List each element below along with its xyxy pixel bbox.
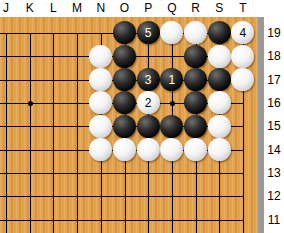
board-point-M16[interactable] bbox=[65, 91, 89, 114]
board-point-O15[interactable] bbox=[113, 115, 137, 138]
white-stone-R19 bbox=[184, 21, 207, 44]
white-stone-S16 bbox=[208, 91, 231, 114]
board-point-M12[interactable] bbox=[65, 185, 89, 208]
white-stone-Q14 bbox=[160, 138, 183, 161]
board-point-K16[interactable] bbox=[18, 91, 42, 114]
row-label-17: 17 bbox=[264, 72, 284, 88]
board-point-T19[interactable]: 4 bbox=[231, 21, 255, 44]
white-stone-N14 bbox=[89, 138, 112, 161]
board-point-R13[interactable] bbox=[184, 161, 208, 184]
board-point-J13[interactable] bbox=[0, 161, 18, 184]
board-point-R12[interactable] bbox=[184, 185, 208, 208]
board-point-N18[interactable] bbox=[89, 45, 113, 68]
board-point-R15[interactable] bbox=[184, 115, 208, 138]
white-stone-N18 bbox=[89, 45, 112, 68]
white-stone-T18 bbox=[231, 45, 254, 68]
board-point-Q14[interactable] bbox=[160, 138, 184, 161]
board-point-J15[interactable] bbox=[0, 115, 18, 138]
board-point-J12[interactable] bbox=[0, 185, 18, 208]
black-stone-S17 bbox=[208, 68, 231, 91]
white-stone-T17 bbox=[231, 68, 254, 91]
board-point-K18[interactable] bbox=[18, 45, 42, 68]
row-label-11: 11 bbox=[264, 212, 284, 228]
column-label-R: R bbox=[184, 0, 208, 16]
board-point-O11[interactable] bbox=[113, 208, 137, 231]
black-stone-R15 bbox=[184, 115, 207, 138]
black-stone-O19 bbox=[113, 21, 136, 44]
board-point-Q13[interactable] bbox=[160, 161, 184, 184]
board-point-L15[interactable] bbox=[42, 115, 66, 138]
board-point-R19[interactable] bbox=[184, 21, 208, 44]
board-point-K19[interactable] bbox=[18, 21, 42, 44]
go-board[interactable]: 54312 bbox=[0, 17, 258, 233]
black-stone-O16 bbox=[113, 91, 136, 114]
board-point-K15[interactable] bbox=[18, 115, 42, 138]
board-point-T11[interactable] bbox=[231, 208, 255, 231]
board-point-O18[interactable] bbox=[113, 45, 137, 68]
board-point-K11[interactable] bbox=[18, 208, 42, 231]
board-point-O16[interactable] bbox=[113, 91, 137, 114]
board-point-O14[interactable] bbox=[113, 138, 137, 161]
board-point-Q11[interactable] bbox=[160, 208, 184, 231]
column-label-O: O bbox=[113, 0, 137, 16]
board-point-T14[interactable] bbox=[231, 138, 255, 161]
black-stone-R17 bbox=[184, 68, 207, 91]
board-point-P16[interactable]: 2 bbox=[136, 91, 160, 114]
board-point-T17[interactable] bbox=[231, 68, 255, 91]
column-label-T: T bbox=[231, 0, 255, 16]
board-point-N17[interactable] bbox=[89, 68, 113, 91]
board-point-L17[interactable] bbox=[42, 68, 66, 91]
board-point-S14[interactable] bbox=[207, 138, 231, 161]
white-stone-N15 bbox=[89, 115, 112, 138]
black-stone-O15 bbox=[113, 115, 136, 138]
board-grid: 54312 bbox=[0, 21, 255, 231]
black-stone-Q15 bbox=[160, 115, 183, 138]
row-label-14: 14 bbox=[264, 142, 284, 158]
board-point-M13[interactable] bbox=[65, 161, 89, 184]
black-stone-S19 bbox=[208, 21, 231, 44]
go-diagram: JKLMNOPQRST 54312 191817161514131211 bbox=[0, 0, 284, 233]
board-point-M14[interactable] bbox=[65, 138, 89, 161]
board-point-M11[interactable] bbox=[65, 208, 89, 231]
board-point-M17[interactable] bbox=[65, 68, 89, 91]
board-point-Q18[interactable] bbox=[160, 45, 184, 68]
board-point-L14[interactable] bbox=[42, 138, 66, 161]
board-point-O13[interactable] bbox=[113, 161, 137, 184]
board-point-J14[interactable] bbox=[0, 138, 18, 161]
column-label-J: J bbox=[0, 0, 18, 16]
board-point-S13[interactable] bbox=[207, 161, 231, 184]
board-point-N15[interactable] bbox=[89, 115, 113, 138]
column-label-P: P bbox=[136, 0, 160, 16]
board-point-N14[interactable] bbox=[89, 138, 113, 161]
row-label-13: 13 bbox=[264, 165, 284, 181]
board-point-O19[interactable] bbox=[113, 21, 137, 44]
board-point-N13[interactable] bbox=[89, 161, 113, 184]
row-label-19: 19 bbox=[264, 25, 284, 41]
board-point-M15[interactable] bbox=[65, 115, 89, 138]
board-point-S15[interactable] bbox=[207, 115, 231, 138]
board-point-T18[interactable] bbox=[231, 45, 255, 68]
board-point-S11[interactable] bbox=[207, 208, 231, 231]
move-number-label: 1 bbox=[168, 73, 175, 87]
move-number-label: 4 bbox=[240, 26, 247, 40]
black-stone-Q17: 1 bbox=[160, 68, 183, 91]
board-point-P12[interactable] bbox=[136, 185, 160, 208]
white-stone-R14 bbox=[184, 138, 207, 161]
board-point-Q16[interactable] bbox=[160, 91, 184, 114]
white-stone-N17 bbox=[89, 68, 112, 91]
board-point-P15[interactable] bbox=[136, 115, 160, 138]
board-point-L12[interactable] bbox=[42, 185, 66, 208]
board-point-P17[interactable]: 3 bbox=[136, 68, 160, 91]
black-stone-R18 bbox=[184, 45, 207, 68]
board-point-K12[interactable] bbox=[18, 185, 42, 208]
white-stone-N16 bbox=[89, 91, 112, 114]
board-point-O17[interactable] bbox=[113, 68, 137, 91]
board-point-L13[interactable] bbox=[42, 161, 66, 184]
board-point-N11[interactable] bbox=[89, 208, 113, 231]
white-stone-S18 bbox=[208, 45, 231, 68]
board-point-S16[interactable] bbox=[207, 91, 231, 114]
board-point-M19[interactable] bbox=[65, 21, 89, 44]
move-number-label: 5 bbox=[145, 26, 152, 40]
board-point-L19[interactable] bbox=[42, 21, 66, 44]
move-number-label: 3 bbox=[145, 73, 152, 87]
board-point-O12[interactable] bbox=[113, 185, 137, 208]
board-point-T13[interactable] bbox=[231, 161, 255, 184]
white-stone-P16: 2 bbox=[137, 91, 160, 114]
board-point-L16[interactable] bbox=[42, 91, 66, 114]
board-point-P11[interactable] bbox=[136, 208, 160, 231]
board-point-S18[interactable] bbox=[207, 45, 231, 68]
board-point-N16[interactable] bbox=[89, 91, 113, 114]
board-point-P19[interactable]: 5 bbox=[136, 21, 160, 44]
black-stone-O18 bbox=[113, 45, 136, 68]
board-point-S12[interactable] bbox=[207, 185, 231, 208]
board-point-Q19[interactable] bbox=[160, 21, 184, 44]
black-stone-P17: 3 bbox=[137, 68, 160, 91]
board-point-Q17[interactable]: 1 bbox=[160, 68, 184, 91]
column-label-N: N bbox=[89, 0, 113, 16]
board-point-R18[interactable] bbox=[184, 45, 208, 68]
column-label-M: M bbox=[65, 0, 89, 16]
board-point-P13[interactable] bbox=[136, 161, 160, 184]
row-label-15: 15 bbox=[264, 118, 284, 134]
black-stone-P15 bbox=[137, 115, 160, 138]
board-point-N12[interactable] bbox=[89, 185, 113, 208]
white-stone-S14 bbox=[208, 138, 231, 161]
board-point-M18[interactable] bbox=[65, 45, 89, 68]
board-point-L11[interactable] bbox=[42, 208, 66, 231]
board-point-Q15[interactable] bbox=[160, 115, 184, 138]
board-point-J16[interactable] bbox=[0, 91, 18, 114]
board-point-K17[interactable] bbox=[18, 68, 42, 91]
board-point-K14[interactable] bbox=[18, 138, 42, 161]
board-point-N19[interactable] bbox=[89, 21, 113, 44]
black-stone-O17 bbox=[113, 68, 136, 91]
board-point-T15[interactable] bbox=[231, 115, 255, 138]
board-point-P18[interactable] bbox=[136, 45, 160, 68]
white-stone-Q19 bbox=[160, 21, 183, 44]
column-label-K: K bbox=[18, 0, 42, 16]
board-point-R17[interactable] bbox=[184, 68, 208, 91]
board-point-J19[interactable] bbox=[0, 21, 18, 44]
board-point-T16[interactable] bbox=[231, 91, 255, 114]
column-label-Q: Q bbox=[160, 0, 184, 16]
row-label-12: 12 bbox=[264, 188, 284, 204]
board-point-R16[interactable] bbox=[184, 91, 208, 114]
board-point-Q12[interactable] bbox=[160, 185, 184, 208]
row-label-16: 16 bbox=[264, 95, 284, 111]
board-point-K13[interactable] bbox=[18, 161, 42, 184]
board-point-J11[interactable] bbox=[0, 208, 18, 231]
board-point-R14[interactable] bbox=[184, 138, 208, 161]
white-stone-S15 bbox=[208, 115, 231, 138]
black-stone-R16 bbox=[184, 91, 207, 114]
board-point-T12[interactable] bbox=[231, 185, 255, 208]
white-stone-T19: 4 bbox=[231, 21, 254, 44]
board-point-J18[interactable] bbox=[0, 45, 18, 68]
column-label-S: S bbox=[207, 0, 231, 16]
board-point-S17[interactable] bbox=[207, 68, 231, 91]
black-stone-P19: 5 bbox=[137, 21, 160, 44]
white-stone-O14 bbox=[113, 138, 136, 161]
white-stone-P14 bbox=[137, 138, 160, 161]
row-label-18: 18 bbox=[264, 48, 284, 64]
board-point-R11[interactable] bbox=[184, 208, 208, 231]
board-point-P14[interactable] bbox=[136, 138, 160, 161]
move-number-label: 2 bbox=[145, 96, 152, 110]
board-point-L18[interactable] bbox=[42, 45, 66, 68]
board-point-J17[interactable] bbox=[0, 68, 18, 91]
board-point-S19[interactable] bbox=[207, 21, 231, 44]
column-label-L: L bbox=[41, 0, 65, 16]
